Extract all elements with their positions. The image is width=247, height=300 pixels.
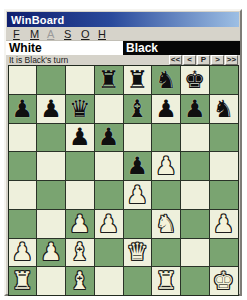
square-f2[interactable] <box>152 239 180 267</box>
menu-item-step[interactable]: S <box>64 28 81 40</box>
square-g7[interactable]: ♟ <box>181 95 209 123</box>
black-knight[interactable]: ♞ <box>155 68 177 92</box>
square-a7[interactable]: ♟ <box>9 95 37 123</box>
square-e7[interactable]: ♝ <box>124 95 152 123</box>
square-g8[interactable]: ♚ <box>181 66 209 94</box>
square-a5[interactable] <box>9 152 37 180</box>
black-king[interactable]: ♚ <box>184 68 206 92</box>
menu-item-help[interactable]: H <box>98 28 115 40</box>
square-d3[interactable]: ♟ <box>95 210 123 238</box>
status-message: It is Black's turn <box>9 55 68 65</box>
status-bar: It is Black's turn << < P > >> <box>6 55 240 65</box>
square-d1[interactable] <box>95 267 123 295</box>
square-f6[interactable] <box>152 124 180 152</box>
square-b4[interactable] <box>37 181 65 209</box>
menu-item-mode[interactable]: M <box>30 28 47 40</box>
square-f1[interactable]: ♜ <box>152 267 180 295</box>
square-f8[interactable]: ♞ <box>152 66 180 94</box>
white-rook[interactable]: ♜ <box>12 269 34 293</box>
black-bishop[interactable]: ♝ <box>127 97 149 121</box>
square-a8[interactable] <box>9 66 37 94</box>
square-e5[interactable]: ♟ <box>124 152 152 180</box>
black-rook[interactable]: ♜ <box>98 68 120 92</box>
rewind-to-start-button[interactable]: << <box>169 55 182 65</box>
square-e8[interactable]: ♜ <box>124 66 152 94</box>
square-b8[interactable] <box>37 66 65 94</box>
square-c4[interactable] <box>66 181 94 209</box>
pause-button[interactable]: P <box>197 55 210 65</box>
white-bishop[interactable]: ♝ <box>69 269 91 293</box>
chess-board[interactable]: ♜♜♞♚♟♟♛♝♟♟♞♟♟♟♟♟♟♟♞♟♟♟♝♛♜♝♜♚ <box>8 65 239 296</box>
square-h8[interactable] <box>210 66 238 94</box>
menu-item-file[interactable]: F <box>13 28 30 40</box>
black-clock-label: Black <box>126 41 158 55</box>
square-h4[interactable] <box>210 181 238 209</box>
square-d8[interactable]: ♜ <box>95 66 123 94</box>
square-b5[interactable] <box>37 152 65 180</box>
black-pawn[interactable]: ♟ <box>98 125 120 149</box>
square-g2[interactable] <box>181 239 209 267</box>
white-pawn[interactable]: ♟ <box>213 212 235 236</box>
winboard-window: WinBoard F M A S O H White Black It is B… <box>4 9 242 296</box>
white-clock[interactable]: White <box>6 41 123 55</box>
white-pawn[interactable]: ♟ <box>127 183 149 207</box>
square-g6[interactable] <box>181 124 209 152</box>
square-c8[interactable] <box>66 66 94 94</box>
black-pawn[interactable]: ♟ <box>40 97 62 121</box>
square-g4[interactable] <box>181 181 209 209</box>
black-pawn[interactable]: ♟ <box>184 97 206 121</box>
square-f5[interactable]: ♟ <box>152 152 180 180</box>
square-e1[interactable] <box>124 267 152 295</box>
square-b6[interactable] <box>37 124 65 152</box>
square-e2[interactable]: ♛ <box>124 239 152 267</box>
white-queen[interactable]: ♛ <box>127 240 149 264</box>
square-h2[interactable] <box>210 239 238 267</box>
square-b2[interactable]: ♟ <box>37 239 65 267</box>
black-pawn[interactable]: ♟ <box>12 97 34 121</box>
menu-item-action[interactable]: A <box>47 28 64 40</box>
square-d2[interactable] <box>95 239 123 267</box>
white-knight[interactable]: ♞ <box>155 212 177 236</box>
square-h1[interactable]: ♚ <box>210 267 238 295</box>
square-c5[interactable] <box>66 152 94 180</box>
step-forward-button[interactable]: > <box>211 55 224 65</box>
white-pawn[interactable]: ♟ <box>69 212 91 236</box>
square-a6[interactable] <box>9 124 37 152</box>
square-a1[interactable]: ♜ <box>9 267 37 295</box>
white-rook[interactable]: ♜ <box>155 269 177 293</box>
step-back-button[interactable]: < <box>183 55 196 65</box>
white-bishop[interactable]: ♝ <box>69 240 91 264</box>
square-a3[interactable] <box>9 210 37 238</box>
square-h6[interactable] <box>210 124 238 152</box>
square-b7[interactable]: ♟ <box>37 95 65 123</box>
nav-buttons: << < P > >> <box>169 55 238 65</box>
square-d6[interactable]: ♟ <box>95 124 123 152</box>
menu-bar: F M A S O H <box>6 28 240 41</box>
white-clock-label: White <box>9 41 42 55</box>
square-f3[interactable]: ♞ <box>152 210 180 238</box>
black-pawn[interactable]: ♟ <box>155 97 177 121</box>
black-queen[interactable]: ♛ <box>69 97 91 121</box>
square-g1[interactable] <box>181 267 209 295</box>
square-e4[interactable]: ♟ <box>124 181 152 209</box>
square-d7[interactable] <box>95 95 123 123</box>
square-h7[interactable]: ♞ <box>210 95 238 123</box>
black-rook[interactable]: ♜ <box>127 68 149 92</box>
square-h5[interactable] <box>210 152 238 180</box>
square-e3[interactable] <box>124 210 152 238</box>
square-b3[interactable] <box>37 210 65 238</box>
white-pawn[interactable]: ♟ <box>98 212 120 236</box>
black-knight[interactable]: ♞ <box>213 97 235 121</box>
square-d4[interactable] <box>95 181 123 209</box>
square-h3[interactable]: ♟ <box>210 210 238 238</box>
black-pawn[interactable]: ♟ <box>69 125 91 149</box>
square-d5[interactable] <box>95 152 123 180</box>
square-c6[interactable]: ♟ <box>66 124 94 152</box>
square-a2[interactable]: ♟ <box>9 239 37 267</box>
square-f7[interactable]: ♟ <box>152 95 180 123</box>
square-g3[interactable] <box>181 210 209 238</box>
square-g5[interactable] <box>181 152 209 180</box>
white-king[interactable]: ♚ <box>213 269 235 293</box>
square-c3[interactable]: ♟ <box>66 210 94 238</box>
black-clock[interactable]: Black <box>123 41 240 55</box>
white-pawn[interactable]: ♟ <box>12 240 34 264</box>
square-a4[interactable] <box>9 181 37 209</box>
menu-item-options[interactable]: O <box>81 28 98 40</box>
square-e6[interactable] <box>124 124 152 152</box>
square-c2[interactable]: ♝ <box>66 239 94 267</box>
white-pawn[interactable]: ♟ <box>40 240 62 264</box>
square-c1[interactable]: ♝ <box>66 267 94 295</box>
clock-row: White Black <box>6 41 240 55</box>
window-title: WinBoard <box>7 14 64 26</box>
square-c7[interactable]: ♛ <box>66 95 94 123</box>
white-pawn[interactable]: ♟ <box>155 154 177 178</box>
title-bar[interactable]: WinBoard <box>7 12 239 27</box>
black-pawn[interactable]: ♟ <box>127 154 149 178</box>
square-b1[interactable] <box>37 267 65 295</box>
forward-to-end-button[interactable]: >> <box>225 55 238 65</box>
square-f4[interactable] <box>152 181 180 209</box>
